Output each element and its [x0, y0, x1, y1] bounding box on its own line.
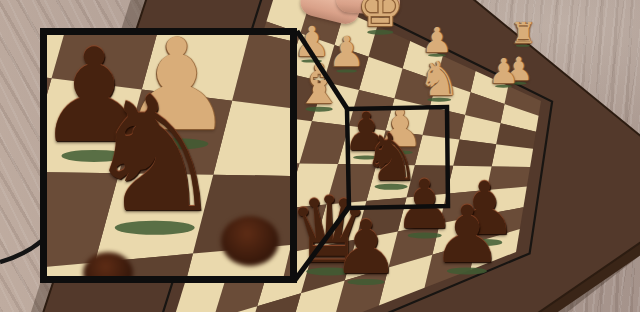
square-b5[interactable] [291, 177, 297, 246]
blurred-pawn-top-c6 [221, 216, 279, 266]
chess-photo-scene: ♚♜♟♟♟♟♟♟♞♝♟♟♞♟♟♛♟♟ ♟♟♞ [0, 0, 640, 312]
felt-base [348, 279, 385, 286]
felt-base [305, 106, 332, 111]
felt-base [516, 45, 530, 48]
piece-white-knight-c3[interactable]: ♞ [418, 55, 460, 102]
piece-white-rook-a1[interactable]: ♜ [510, 18, 536, 47]
square-d2[interactable] [163, 28, 266, 32]
piece-white-pawn-b2[interactable]: ♟ [488, 53, 519, 87]
magnifier-inset: ♟♟♞ [40, 28, 297, 283]
square-b4[interactable] [453, 140, 496, 167]
felt-base [427, 98, 450, 102]
piece-black-pawn-b7[interactable]: ♟ [432, 196, 503, 275]
piece-white-bishop-g3[interactable]: ♝ [294, 56, 343, 111]
piece-black-knight-d5[interactable]: ♞ [84, 76, 227, 235]
felt-base [495, 85, 512, 88]
felt-base [447, 268, 486, 275]
felt-base [115, 221, 195, 235]
felt-base [367, 30, 393, 35]
piece-black-pawn-d7[interactable]: ♟ [333, 211, 399, 285]
